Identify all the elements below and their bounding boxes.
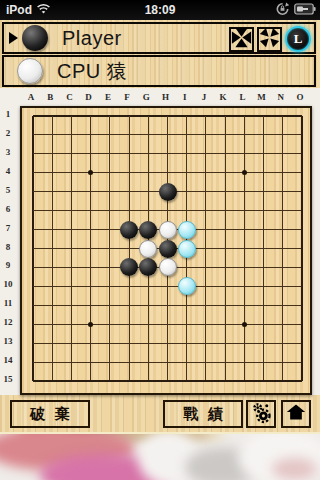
right-margin-strip: [312, 106, 320, 395]
column-label: N: [274, 92, 288, 102]
column-label: I: [178, 92, 192, 102]
discard-button[interactable]: 破棄: [10, 400, 90, 428]
black-stone-icon: [22, 25, 48, 51]
level-l-label: L: [294, 31, 303, 47]
home-button[interactable]: [281, 400, 311, 428]
level-l-button[interactable]: L: [285, 26, 311, 52]
column-label: D: [82, 92, 96, 102]
column-label: K: [216, 92, 230, 102]
stone-cyan-I8: [178, 240, 196, 258]
board-panel[interactable]: [20, 106, 312, 395]
column-label: G: [139, 92, 153, 102]
row-label: 1: [0, 109, 16, 119]
column-labels-strip: ABCDEFGHIJKLMNO: [0, 88, 320, 106]
star-point: [242, 170, 247, 175]
gomoku-app: iPod 18:09: [0, 0, 320, 480]
column-label: H: [159, 92, 173, 102]
grid-line-vertical: [282, 116, 283, 381]
row-label: 14: [0, 355, 16, 365]
stone-black-F9: [120, 258, 138, 276]
grid-line-horizontal: [33, 362, 302, 363]
player-black-name: Player: [62, 27, 122, 50]
ad-banner[interactable]: [0, 432, 320, 480]
clock: 18:09: [0, 3, 320, 17]
player-white-name: CPU 猿: [57, 58, 127, 85]
row-label: 3: [0, 147, 16, 157]
grid-line-vertical: [301, 116, 303, 381]
gears-icon: [250, 401, 273, 428]
row-label: 4: [0, 166, 16, 176]
row-label: 10: [0, 279, 16, 289]
grid-line-vertical: [244, 116, 245, 381]
column-label: A: [24, 92, 38, 102]
collapse-arrows-icon: [231, 27, 252, 52]
stone-black-H8: [159, 240, 177, 258]
stone-cyan-I10: [178, 277, 196, 295]
diagonal-arrows-icon: [259, 27, 280, 52]
turn-indicator-icon: [9, 32, 18, 44]
home-icon: [286, 402, 306, 426]
stone-white-G8: [139, 240, 157, 258]
column-label: E: [101, 92, 115, 102]
stone-cyan-I7: [178, 221, 196, 239]
row-label: 5: [0, 185, 16, 195]
diagonal-arrows-button[interactable]: [257, 27, 282, 52]
row-label: 15: [0, 374, 16, 384]
grid-line-vertical: [263, 116, 264, 381]
column-label: J: [197, 92, 211, 102]
collapse-arrows-button[interactable]: [229, 27, 254, 52]
stone-white-H7: [159, 221, 177, 239]
row-label: 8: [0, 242, 16, 252]
grid-line-horizontal: [33, 343, 302, 344]
grid-line-horizontal: [33, 324, 302, 325]
stone-black-G7: [139, 221, 157, 239]
column-label: F: [120, 92, 134, 102]
star-point: [88, 170, 93, 175]
stone-white-H9: [159, 258, 177, 276]
column-label: M: [255, 92, 269, 102]
white-stone-icon: [17, 58, 43, 84]
column-label: B: [43, 92, 57, 102]
record-button[interactable]: 戰績: [163, 400, 243, 428]
row-label: 12: [0, 317, 16, 327]
star-point: [242, 322, 247, 327]
row-label: 2: [0, 128, 16, 138]
row-label: 7: [0, 223, 16, 233]
stone-black-G9: [139, 258, 157, 276]
grid-line-horizontal: [33, 305, 302, 306]
row-label: 9: [0, 260, 16, 270]
status-bar: iPod 18:09: [0, 0, 320, 20]
grid-line-vertical: [205, 116, 206, 381]
column-label: C: [62, 92, 76, 102]
column-label: L: [235, 92, 249, 102]
player-row-black[interactable]: Player: [2, 22, 316, 54]
settings-button[interactable]: [246, 400, 276, 428]
grid-line-vertical: [225, 116, 226, 381]
row-label: 6: [0, 204, 16, 214]
row-label: 11: [0, 298, 16, 308]
rotation-lock-icon: [275, 1, 290, 19]
row-labels-strip: 123456789101112131415: [0, 106, 20, 395]
grid-line-horizontal: [33, 380, 302, 382]
stone-black-F7: [120, 221, 138, 239]
column-label: O: [293, 92, 307, 102]
star-point: [88, 322, 93, 327]
grid-line-horizontal: [33, 286, 302, 287]
battery-icon: [294, 3, 316, 18]
row-label: 13: [0, 336, 16, 346]
player-row-white[interactable]: CPU 猿: [2, 55, 316, 87]
stone-black-H5: [159, 183, 177, 201]
